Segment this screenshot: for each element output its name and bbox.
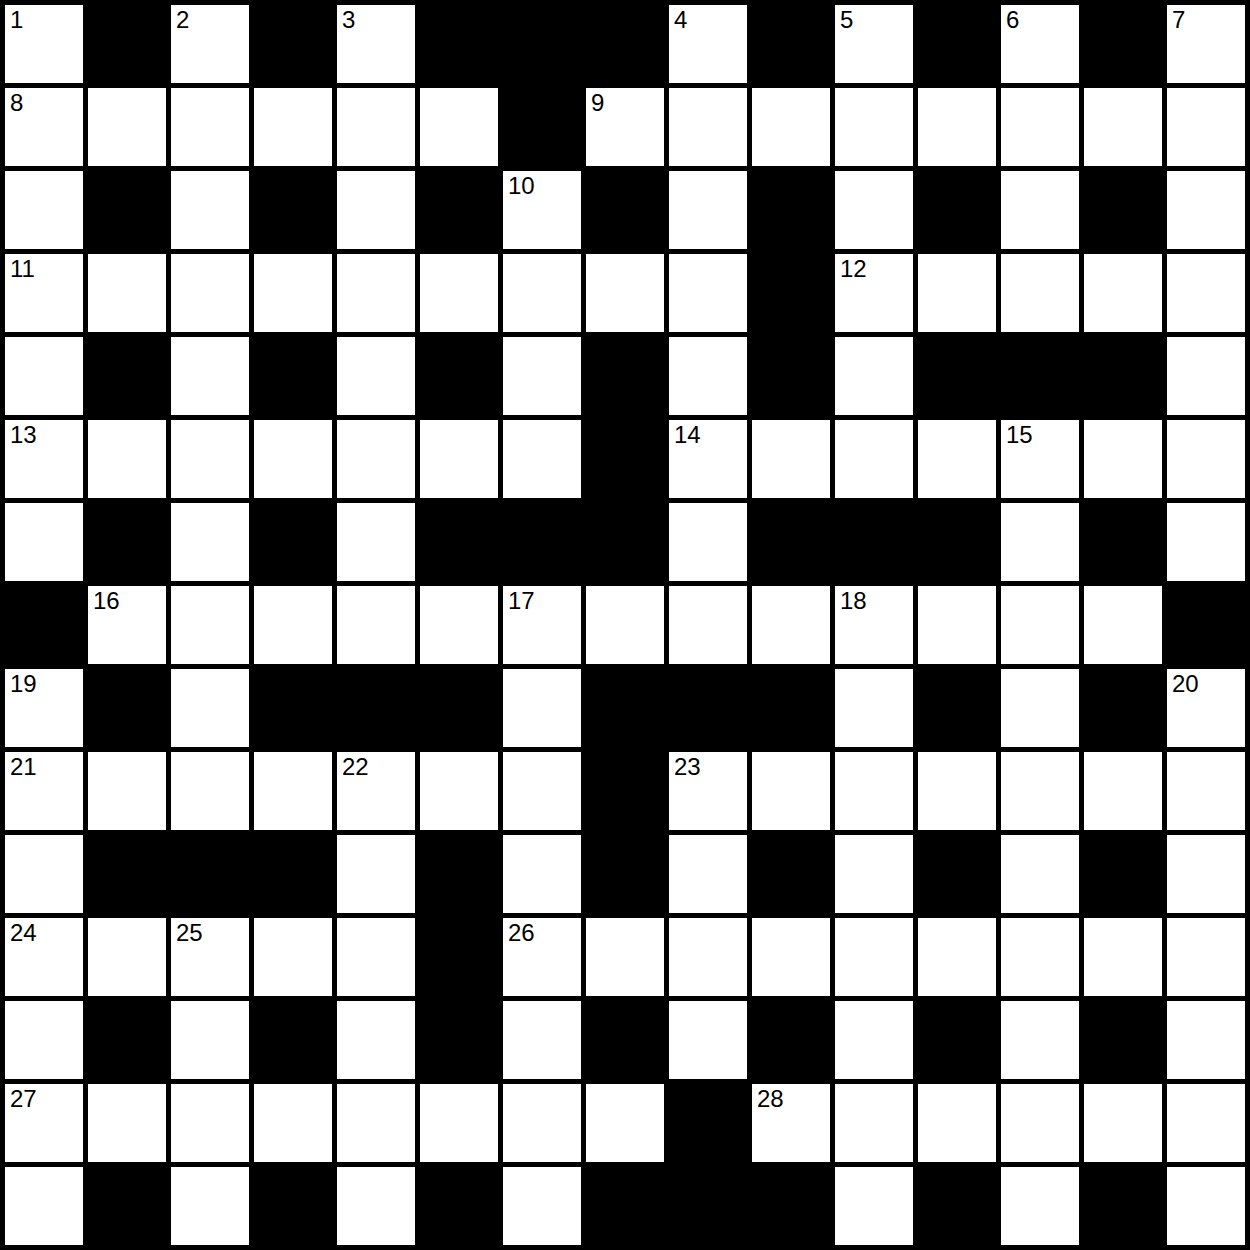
- white-cell-r10c9[interactable]: 23: [669, 752, 747, 830]
- white-cell-r12c1[interactable]: 24: [5, 918, 83, 996]
- clue-number-21: 21: [10, 753, 37, 781]
- white-cell-r5c11[interactable]: [835, 337, 913, 415]
- white-cell-r10c11[interactable]: [835, 752, 913, 830]
- white-cell-r14c11[interactable]: [835, 1084, 913, 1162]
- black-cell-r13c10: [752, 1001, 830, 1079]
- white-cell-r9c3[interactable]: [171, 669, 249, 747]
- white-cell-r6c12[interactable]: [918, 420, 996, 498]
- white-cell-r2c2[interactable]: [88, 88, 166, 166]
- white-cell-r9c13[interactable]: [1001, 669, 1079, 747]
- black-cell-r8c1: [5, 586, 83, 664]
- white-cell-r11c11[interactable]: [835, 835, 913, 913]
- black-cell-r3c8: [586, 171, 664, 249]
- white-cell-r7c3[interactable]: [171, 503, 249, 581]
- white-cell-r2c15[interactable]: [1167, 88, 1245, 166]
- white-cell-r10c6[interactable]: [420, 752, 498, 830]
- white-cell-r13c7[interactable]: [503, 1001, 581, 1079]
- white-cell-r10c2[interactable]: [88, 752, 166, 830]
- black-cell-r1c10: [752, 5, 830, 83]
- black-cell-r7c6: [420, 503, 498, 581]
- white-cell-r2c4[interactable]: [254, 88, 332, 166]
- white-cell-r4c5[interactable]: [337, 254, 415, 332]
- white-cell-r11c7[interactable]: [503, 835, 581, 913]
- white-cell-r11c13[interactable]: [1001, 835, 1079, 913]
- white-cell-r15c13[interactable]: [1001, 1167, 1079, 1245]
- white-cell-r10c3[interactable]: [171, 752, 249, 830]
- black-cell-r13c8: [586, 1001, 664, 1079]
- black-cell-r15c8: [586, 1167, 664, 1245]
- white-cell-r8c3[interactable]: [171, 586, 249, 664]
- white-cell-r14c13[interactable]: [1001, 1084, 1079, 1162]
- black-cell-r1c12: [918, 5, 996, 83]
- black-cell-r11c6: [420, 835, 498, 913]
- white-cell-r6c7[interactable]: [503, 420, 581, 498]
- clue-number-23: 23: [674, 753, 701, 781]
- clue-number-14: 14: [674, 421, 701, 449]
- white-cell-r6c4[interactable]: [254, 420, 332, 498]
- white-cell-r8c11[interactable]: 18: [835, 586, 913, 664]
- white-cell-r1c5[interactable]: 3: [337, 5, 415, 83]
- white-cell-r11c5[interactable]: [337, 835, 415, 913]
- clue-number-7: 7: [1172, 6, 1185, 34]
- white-cell-r8c2[interactable]: 16: [88, 586, 166, 664]
- black-cell-r5c4: [254, 337, 332, 415]
- black-cell-r5c8: [586, 337, 664, 415]
- white-cell-r10c4[interactable]: [254, 752, 332, 830]
- clue-number-1: 1: [10, 6, 23, 34]
- white-cell-r10c15[interactable]: [1167, 752, 1245, 830]
- clue-number-20: 20: [1172, 670, 1199, 698]
- clue-number-3: 3: [342, 6, 355, 34]
- white-cell-r2c6[interactable]: [420, 88, 498, 166]
- black-cell-r10c8: [586, 752, 664, 830]
- white-cell-r14c6[interactable]: [420, 1084, 498, 1162]
- black-cell-r1c14: [1084, 5, 1162, 83]
- white-cell-r1c1[interactable]: 1: [5, 5, 83, 83]
- white-cell-r10c5[interactable]: 22: [337, 752, 415, 830]
- white-cell-r14c14[interactable]: [1084, 1084, 1162, 1162]
- black-cell-r1c6: [420, 5, 498, 83]
- white-cell-r3c15[interactable]: [1167, 171, 1245, 249]
- white-cell-r13c11[interactable]: [835, 1001, 913, 1079]
- white-cell-r11c15[interactable]: [1167, 835, 1245, 913]
- black-cell-r13c12: [918, 1001, 996, 1079]
- black-cell-r14c9: [669, 1084, 747, 1162]
- black-cell-r9c4: [254, 669, 332, 747]
- white-cell-r12c12[interactable]: [918, 918, 996, 996]
- black-cell-r3c2: [88, 171, 166, 249]
- clue-number-17: 17: [508, 587, 535, 615]
- clue-number-26: 26: [508, 919, 535, 947]
- white-cell-r2c9[interactable]: [669, 88, 747, 166]
- black-cell-r11c12: [918, 835, 996, 913]
- white-cell-r14c7[interactable]: [503, 1084, 581, 1162]
- white-cell-r4c8[interactable]: [586, 254, 664, 332]
- white-cell-r10c13[interactable]: [1001, 752, 1079, 830]
- white-cell-r6c5[interactable]: [337, 420, 415, 498]
- white-cell-r9c7[interactable]: [503, 669, 581, 747]
- white-cell-r4c12[interactable]: [918, 254, 996, 332]
- clue-number-16: 16: [93, 587, 120, 615]
- black-cell-r5c13: [1001, 337, 1079, 415]
- white-cell-r5c1[interactable]: [5, 337, 83, 415]
- white-cell-r3c1[interactable]: [5, 171, 83, 249]
- black-cell-r13c14: [1084, 1001, 1162, 1079]
- white-cell-r13c15[interactable]: [1167, 1001, 1245, 1079]
- black-cell-r13c6: [420, 1001, 498, 1079]
- white-cell-r8c12[interactable]: [918, 586, 996, 664]
- white-cell-r13c9[interactable]: [669, 1001, 747, 1079]
- white-cell-r4c15[interactable]: [1167, 254, 1245, 332]
- white-cell-r12c4[interactable]: [254, 918, 332, 996]
- white-cell-r15c15[interactable]: [1167, 1167, 1245, 1245]
- white-cell-r9c15[interactable]: 20: [1167, 669, 1245, 747]
- black-cell-r15c14: [1084, 1167, 1162, 1245]
- clue-number-8: 8: [10, 89, 23, 117]
- black-cell-r9c10: [752, 669, 830, 747]
- white-cell-r12c15[interactable]: [1167, 918, 1245, 996]
- white-cell-r2c10[interactable]: [752, 88, 830, 166]
- white-cell-r15c3[interactable]: [171, 1167, 249, 1245]
- black-cell-r11c3: [171, 835, 249, 913]
- black-cell-r11c8: [586, 835, 664, 913]
- clue-number-10: 10: [508, 172, 535, 200]
- white-cell-r3c11[interactable]: [835, 171, 913, 249]
- white-cell-r8c5[interactable]: [337, 586, 415, 664]
- black-cell-r8c15: [1167, 586, 1245, 664]
- white-cell-r3c5[interactable]: [337, 171, 415, 249]
- white-cell-r12c11[interactable]: [835, 918, 913, 996]
- clue-number-13: 13: [10, 421, 37, 449]
- white-cell-r14c3[interactable]: [171, 1084, 249, 1162]
- black-cell-r1c2: [88, 5, 166, 83]
- black-cell-r6c8: [586, 420, 664, 498]
- white-cell-r2c1[interactable]: 8: [5, 88, 83, 166]
- black-cell-r13c2: [88, 1001, 166, 1079]
- white-cell-r5c7[interactable]: [503, 337, 581, 415]
- white-cell-r4c13[interactable]: [1001, 254, 1079, 332]
- white-cell-r1c13[interactable]: 6: [1001, 5, 1079, 83]
- white-cell-r6c13[interactable]: 15: [1001, 420, 1079, 498]
- white-cell-r2c14[interactable]: [1084, 88, 1162, 166]
- black-cell-r1c4: [254, 5, 332, 83]
- white-cell-r8c13[interactable]: [1001, 586, 1079, 664]
- white-cell-r10c10[interactable]: [752, 752, 830, 830]
- white-cell-r2c11[interactable]: [835, 88, 913, 166]
- white-cell-r4c14[interactable]: [1084, 254, 1162, 332]
- black-cell-r7c2: [88, 503, 166, 581]
- white-cell-r14c8[interactable]: [586, 1084, 664, 1162]
- white-cell-r4c6[interactable]: [420, 254, 498, 332]
- black-cell-r7c8: [586, 503, 664, 581]
- black-cell-r5c12: [918, 337, 996, 415]
- white-cell-r3c7[interactable]: 10: [503, 171, 581, 249]
- clue-number-11: 11: [10, 255, 35, 283]
- white-cell-r12c8[interactable]: [586, 918, 664, 996]
- clue-number-19: 19: [10, 670, 37, 698]
- white-cell-r12c7[interactable]: 26: [503, 918, 581, 996]
- white-cell-r4c9[interactable]: [669, 254, 747, 332]
- white-cell-r6c9[interactable]: 14: [669, 420, 747, 498]
- white-cell-r12c13[interactable]: [1001, 918, 1079, 996]
- white-cell-r6c6[interactable]: [420, 420, 498, 498]
- white-cell-r9c1[interactable]: 19: [5, 669, 83, 747]
- white-cell-r10c1[interactable]: 21: [5, 752, 83, 830]
- white-cell-r12c5[interactable]: [337, 918, 415, 996]
- white-cell-r10c12[interactable]: [918, 752, 996, 830]
- black-cell-r2c7: [503, 88, 581, 166]
- white-cell-r1c3[interactable]: 2: [171, 5, 249, 83]
- white-cell-r11c9[interactable]: [669, 835, 747, 913]
- black-cell-r9c14: [1084, 669, 1162, 747]
- white-cell-r8c4[interactable]: [254, 586, 332, 664]
- white-cell-r9c11[interactable]: [835, 669, 913, 747]
- white-cell-r8c14[interactable]: [1084, 586, 1162, 664]
- white-cell-r10c14[interactable]: [1084, 752, 1162, 830]
- crossword-board: 1234567891011121314151617181920212223242…: [0, 0, 1250, 1250]
- black-cell-r9c9: [669, 669, 747, 747]
- black-cell-r15c9: [669, 1167, 747, 1245]
- white-cell-r7c13[interactable]: [1001, 503, 1079, 581]
- black-cell-r9c8: [586, 669, 664, 747]
- clue-number-27: 27: [10, 1085, 37, 1113]
- black-cell-r15c2: [88, 1167, 166, 1245]
- black-cell-r15c10: [752, 1167, 830, 1245]
- white-cell-r10c7[interactable]: [503, 752, 581, 830]
- white-cell-r14c12[interactable]: [918, 1084, 996, 1162]
- white-cell-r13c5[interactable]: [337, 1001, 415, 1079]
- clue-number-18: 18: [840, 587, 867, 615]
- white-cell-r4c11[interactable]: 12: [835, 254, 913, 332]
- black-cell-r3c4: [254, 171, 332, 249]
- black-cell-r7c11: [835, 503, 913, 581]
- white-cell-r1c11[interactable]: 5: [835, 5, 913, 83]
- white-cell-r12c9[interactable]: [669, 918, 747, 996]
- black-cell-r7c10: [752, 503, 830, 581]
- clue-number-12: 12: [840, 255, 867, 283]
- black-cell-r5c10: [752, 337, 830, 415]
- white-cell-r14c4[interactable]: [254, 1084, 332, 1162]
- white-cell-r14c10[interactable]: 28: [752, 1084, 830, 1162]
- white-cell-r7c1[interactable]: [5, 503, 83, 581]
- white-cell-r3c9[interactable]: [669, 171, 747, 249]
- white-cell-r2c8[interactable]: 9: [586, 88, 664, 166]
- black-cell-r9c6: [420, 669, 498, 747]
- white-cell-r14c2[interactable]: [88, 1084, 166, 1162]
- clue-number-22: 22: [342, 753, 369, 781]
- black-cell-r9c2: [88, 669, 166, 747]
- white-cell-r11c1[interactable]: [5, 835, 83, 913]
- white-cell-r2c5[interactable]: [337, 88, 415, 166]
- white-cell-r1c9[interactable]: 4: [669, 5, 747, 83]
- white-cell-r5c5[interactable]: [337, 337, 415, 415]
- black-cell-r7c7: [503, 503, 581, 581]
- white-cell-r12c3[interactable]: 25: [171, 918, 249, 996]
- white-cell-r4c2[interactable]: [88, 254, 166, 332]
- black-cell-r5c2: [88, 337, 166, 415]
- black-cell-r3c6: [420, 171, 498, 249]
- white-cell-r15c1[interactable]: [5, 1167, 83, 1245]
- black-cell-r11c14: [1084, 835, 1162, 913]
- white-cell-r8c10[interactable]: [752, 586, 830, 664]
- black-cell-r3c10: [752, 171, 830, 249]
- white-cell-r7c15[interactable]: [1167, 503, 1245, 581]
- clue-number-15: 15: [1006, 421, 1033, 449]
- white-cell-r6c1[interactable]: 13: [5, 420, 83, 498]
- clue-number-28: 28: [757, 1085, 784, 1113]
- white-cell-r4c1[interactable]: 11: [5, 254, 83, 332]
- white-cell-r2c3[interactable]: [171, 88, 249, 166]
- white-cell-r3c13[interactable]: [1001, 171, 1079, 249]
- black-cell-r7c4: [254, 503, 332, 581]
- white-cell-r12c14[interactable]: [1084, 918, 1162, 996]
- clue-number-2: 2: [176, 6, 189, 34]
- white-cell-r5c15[interactable]: [1167, 337, 1245, 415]
- black-cell-r5c6: [420, 337, 498, 415]
- white-cell-r3c3[interactable]: [171, 171, 249, 249]
- white-cell-r2c12[interactable]: [918, 88, 996, 166]
- white-cell-r15c11[interactable]: [835, 1167, 913, 1245]
- black-cell-r15c6: [420, 1167, 498, 1245]
- white-cell-r13c1[interactable]: [5, 1001, 83, 1079]
- white-cell-r6c3[interactable]: [171, 420, 249, 498]
- clue-number-25: 25: [176, 919, 203, 947]
- clue-number-4: 4: [674, 6, 687, 34]
- white-cell-r4c3[interactable]: [171, 254, 249, 332]
- white-cell-r1c15[interactable]: 7: [1167, 5, 1245, 83]
- white-cell-r12c10[interactable]: [752, 918, 830, 996]
- white-cell-r2c13[interactable]: [1001, 88, 1079, 166]
- white-cell-r5c9[interactable]: [669, 337, 747, 415]
- white-cell-r14c1[interactable]: 27: [5, 1084, 83, 1162]
- clue-number-6: 6: [1006, 6, 1019, 34]
- black-cell-r11c2: [88, 835, 166, 913]
- black-cell-r1c8: [586, 5, 664, 83]
- clue-number-9: 9: [591, 89, 604, 117]
- black-cell-r1c7: [503, 5, 581, 83]
- white-cell-r8c6[interactable]: [420, 586, 498, 664]
- white-cell-r7c5[interactable]: [337, 503, 415, 581]
- black-cell-r15c4: [254, 1167, 332, 1245]
- black-cell-r7c12: [918, 503, 996, 581]
- white-cell-r4c7[interactable]: [503, 254, 581, 332]
- white-cell-r6c14[interactable]: [1084, 420, 1162, 498]
- white-cell-r6c2[interactable]: [88, 420, 166, 498]
- white-cell-r6c11[interactable]: [835, 420, 913, 498]
- white-cell-r8c7[interactable]: 17: [503, 586, 581, 664]
- white-cell-r7c9[interactable]: [669, 503, 747, 581]
- white-cell-r15c7[interactable]: [503, 1167, 581, 1245]
- black-cell-r11c4: [254, 835, 332, 913]
- white-cell-r5c3[interactable]: [171, 337, 249, 415]
- white-cell-r13c13[interactable]: [1001, 1001, 1079, 1079]
- white-cell-r15c5[interactable]: [337, 1167, 415, 1245]
- black-cell-r12c6: [420, 918, 498, 996]
- white-cell-r13c3[interactable]: [171, 1001, 249, 1079]
- black-cell-r15c12: [918, 1167, 996, 1245]
- white-cell-r6c10[interactable]: [752, 420, 830, 498]
- black-cell-r3c12: [918, 171, 996, 249]
- black-cell-r3c14: [1084, 171, 1162, 249]
- white-cell-r8c8[interactable]: [586, 586, 664, 664]
- black-cell-r11c10: [752, 835, 830, 913]
- white-cell-r14c5[interactable]: [337, 1084, 415, 1162]
- white-cell-r14c15[interactable]: [1167, 1084, 1245, 1162]
- clue-number-5: 5: [840, 6, 853, 34]
- black-cell-r9c5: [337, 669, 415, 747]
- black-cell-r13c4: [254, 1001, 332, 1079]
- clue-number-24: 24: [10, 919, 37, 947]
- black-cell-r5c14: [1084, 337, 1162, 415]
- white-cell-r6c15[interactable]: [1167, 420, 1245, 498]
- black-cell-r7c14: [1084, 503, 1162, 581]
- black-cell-r9c12: [918, 669, 996, 747]
- white-cell-r8c9[interactable]: [669, 586, 747, 664]
- black-cell-r4c10: [752, 254, 830, 332]
- white-cell-r12c2[interactable]: [88, 918, 166, 996]
- white-cell-r4c4[interactable]: [254, 254, 332, 332]
